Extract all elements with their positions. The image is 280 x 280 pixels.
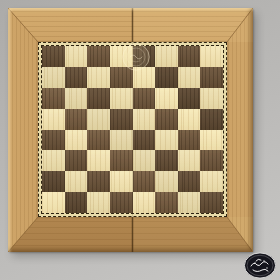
board-square	[178, 46, 201, 67]
board-square	[87, 192, 110, 213]
board-square	[200, 46, 223, 67]
board-square	[42, 171, 65, 192]
board-square	[200, 67, 223, 88]
board-square	[200, 88, 223, 109]
board-square	[65, 192, 88, 213]
board-square	[110, 88, 133, 109]
board-square	[155, 171, 178, 192]
board-square	[155, 46, 178, 67]
board-square	[178, 192, 201, 213]
board-square	[42, 88, 65, 109]
board-square	[178, 150, 201, 171]
board-square	[133, 130, 156, 151]
board-square	[155, 109, 178, 130]
board-square	[110, 171, 133, 192]
board-square	[155, 130, 178, 151]
board-square	[42, 109, 65, 130]
board-square	[87, 171, 110, 192]
board-square	[178, 88, 201, 109]
board-square	[110, 109, 133, 130]
board-square	[200, 150, 223, 171]
board-square	[87, 67, 110, 88]
board-square	[200, 109, 223, 130]
board-square	[87, 150, 110, 171]
board-square	[42, 130, 65, 151]
board-square	[178, 171, 201, 192]
board-square	[133, 109, 156, 130]
board-square	[65, 150, 88, 171]
board-square	[65, 88, 88, 109]
board-square	[110, 192, 133, 213]
board-square	[178, 67, 201, 88]
seller-stamp-watermark	[243, 251, 277, 280]
board-square	[87, 88, 110, 109]
board-square	[65, 67, 88, 88]
board-square	[65, 46, 88, 67]
board-square	[65, 109, 88, 130]
board-square	[42, 67, 65, 88]
board-square	[200, 130, 223, 151]
center-watermark	[121, 42, 151, 72]
board-square	[42, 192, 65, 213]
board-square	[65, 171, 88, 192]
board-square	[133, 192, 156, 213]
board-square	[42, 150, 65, 171]
board-square	[133, 171, 156, 192]
board-square	[200, 171, 223, 192]
board-square	[110, 150, 133, 171]
board-square	[87, 46, 110, 67]
board-square	[200, 192, 223, 213]
board-square	[65, 130, 88, 151]
board-square	[87, 109, 110, 130]
board-square	[178, 109, 201, 130]
photo-background	[0, 0, 280, 280]
board-square	[133, 88, 156, 109]
board-square	[42, 46, 65, 67]
board-square	[87, 130, 110, 151]
board-square	[155, 192, 178, 213]
board-square	[155, 150, 178, 171]
board-square	[178, 130, 201, 151]
board-square	[110, 130, 133, 151]
board-square	[133, 150, 156, 171]
board-square	[155, 67, 178, 88]
board-square	[155, 88, 178, 109]
